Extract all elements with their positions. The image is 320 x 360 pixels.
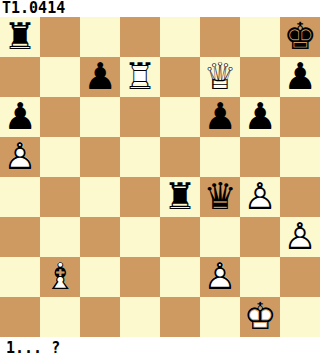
black-rook-e4: ♜	[160, 177, 200, 217]
square-e6[interactable]	[160, 97, 200, 137]
white-pawn-h3: ♟♙	[280, 217, 320, 257]
square-f7[interactable]: ♛♕	[200, 57, 240, 97]
black-pawn-h7: ♟	[280, 57, 320, 97]
square-c1[interactable]	[80, 297, 120, 337]
square-b3[interactable]	[40, 217, 80, 257]
square-g4[interactable]: ♟♙	[240, 177, 280, 217]
square-e2[interactable]	[160, 257, 200, 297]
square-c3[interactable]	[80, 217, 120, 257]
square-h7[interactable]: ♟	[280, 57, 320, 97]
square-g7[interactable]	[240, 57, 280, 97]
black-queen-f4: ♛	[200, 177, 240, 217]
square-g3[interactable]	[240, 217, 280, 257]
white-bishop-b2: ♝♗	[40, 257, 80, 297]
square-a1[interactable]	[0, 297, 40, 337]
square-b6[interactable]	[40, 97, 80, 137]
square-g2[interactable]	[240, 257, 280, 297]
square-d6[interactable]	[120, 97, 160, 137]
square-f3[interactable]	[200, 217, 240, 257]
square-b4[interactable]	[40, 177, 80, 217]
square-f6[interactable]: ♟	[200, 97, 240, 137]
square-h4[interactable]	[280, 177, 320, 217]
square-e5[interactable]	[160, 137, 200, 177]
square-f2[interactable]: ♟♙	[200, 257, 240, 297]
square-d1[interactable]	[120, 297, 160, 337]
white-king-g1: ♚♔	[240, 297, 280, 337]
white-pawn-g4: ♟♙	[240, 177, 280, 217]
square-g8[interactable]	[240, 17, 280, 57]
square-e7[interactable]	[160, 57, 200, 97]
square-e4[interactable]: ♜	[160, 177, 200, 217]
square-h5[interactable]	[280, 137, 320, 177]
square-c4[interactable]	[80, 177, 120, 217]
square-h8[interactable]: ♚	[280, 17, 320, 57]
square-h1[interactable]	[280, 297, 320, 337]
square-c2[interactable]	[80, 257, 120, 297]
square-g1[interactable]: ♚♔	[240, 297, 280, 337]
square-h6[interactable]	[280, 97, 320, 137]
square-b7[interactable]	[40, 57, 80, 97]
square-d5[interactable]	[120, 137, 160, 177]
puzzle-id: T1.0414	[0, 0, 320, 17]
square-d4[interactable]	[120, 177, 160, 217]
black-pawn-a6: ♟	[0, 97, 40, 137]
square-d2[interactable]	[120, 257, 160, 297]
square-b5[interactable]	[40, 137, 80, 177]
square-h3[interactable]: ♟♙	[280, 217, 320, 257]
move-prompt: 1... ?	[0, 337, 320, 360]
square-e3[interactable]	[160, 217, 200, 257]
square-a3[interactable]	[0, 217, 40, 257]
black-rook-a8: ♜	[0, 17, 40, 57]
square-b2[interactable]: ♝♗	[40, 257, 80, 297]
square-h2[interactable]	[280, 257, 320, 297]
square-f5[interactable]	[200, 137, 240, 177]
square-d7[interactable]: ♜♖	[120, 57, 160, 97]
black-pawn-f6: ♟	[200, 97, 240, 137]
square-c6[interactable]	[80, 97, 120, 137]
black-pawn-c7: ♟	[80, 57, 120, 97]
white-pawn-f2: ♟♙	[200, 257, 240, 297]
square-f1[interactable]	[200, 297, 240, 337]
square-a4[interactable]	[0, 177, 40, 217]
square-d3[interactable]	[120, 217, 160, 257]
white-queen-f7: ♛♕	[200, 57, 240, 97]
square-a7[interactable]	[0, 57, 40, 97]
square-c5[interactable]	[80, 137, 120, 177]
square-e8[interactable]	[160, 17, 200, 57]
square-g5[interactable]	[240, 137, 280, 177]
square-c7[interactable]: ♟	[80, 57, 120, 97]
white-rook-d7: ♜♖	[120, 57, 160, 97]
white-pawn-a5: ♟♙	[0, 137, 40, 177]
square-a8[interactable]: ♜	[0, 17, 40, 57]
square-e1[interactable]	[160, 297, 200, 337]
square-a2[interactable]	[0, 257, 40, 297]
square-a5[interactable]: ♟♙	[0, 137, 40, 177]
chess-puzzle-page: T1.0414 ♜♚♟♜♖♛♕♟♟♟♟♟♙♜♛♟♙♟♙♝♗♟♙♚♔ 1... ?	[0, 0, 320, 360]
square-g6[interactable]: ♟	[240, 97, 280, 137]
square-b8[interactable]	[40, 17, 80, 57]
square-f4[interactable]: ♛	[200, 177, 240, 217]
square-f8[interactable]	[200, 17, 240, 57]
black-king-h8: ♚	[280, 17, 320, 57]
chess-board: ♜♚♟♜♖♛♕♟♟♟♟♟♙♜♛♟♙♟♙♝♗♟♙♚♔	[0, 17, 320, 337]
square-b1[interactable]	[40, 297, 80, 337]
square-c8[interactable]	[80, 17, 120, 57]
square-a6[interactable]: ♟	[0, 97, 40, 137]
square-d8[interactable]	[120, 17, 160, 57]
black-pawn-g6: ♟	[240, 97, 280, 137]
